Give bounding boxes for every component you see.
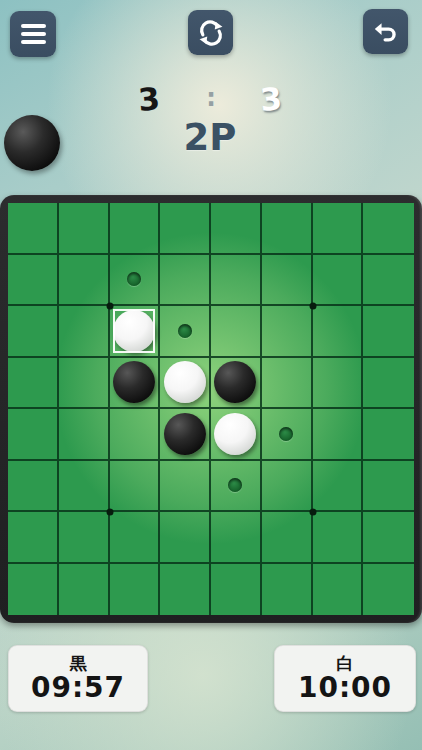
black-disc [214,361,256,403]
board-cell-d7[interactable] [160,512,211,564]
board-cell-e5[interactable] [211,409,262,461]
refresh-icon [197,19,225,47]
board-cell-b2[interactable] [59,255,110,307]
board-cell-a7[interactable] [8,512,59,564]
board-cell-c6[interactable] [110,461,161,513]
legal-move-hint[interactable] [178,324,192,338]
board-cell-c7[interactable] [110,512,161,564]
white-timer-time: 10:00 [298,673,392,702]
board-cell-d2[interactable] [160,255,211,307]
board-cell-g1[interactable] [313,203,364,255]
board-cell-c5[interactable] [110,409,161,461]
white-score: 3 [259,83,283,116]
white-disc [113,310,155,352]
legal-move-hint[interactable] [127,272,141,286]
board-cell-e2[interactable] [211,255,262,307]
board-cell-c4[interactable] [110,358,161,410]
board-cell-g3[interactable] [313,306,364,358]
board-cell-g4[interactable] [313,358,364,410]
black-turn-indicator-stone [4,115,60,171]
board-cell-a8[interactable] [8,564,59,616]
board-cell-h1[interactable] [363,203,414,255]
white-timer-panel: 白 10:00 [274,645,416,712]
board-cell-d4[interactable] [160,358,211,410]
black-disc [113,361,155,403]
board-cell-c1[interactable] [110,203,161,255]
board-cell-b6[interactable] [59,461,110,513]
board-cell-f1[interactable] [262,203,313,255]
board-cell-e3[interactable] [211,306,262,358]
board-frame [0,195,422,623]
board-cell-b7[interactable] [59,512,110,564]
board-cell-f6[interactable] [262,461,313,513]
board-cell-d8[interactable] [160,564,211,616]
othello-app-screen: 3 : 3 2P 黒 09:57 白 10:00 [0,0,422,750]
board-cell-c2[interactable] [110,255,161,307]
board-cell-e8[interactable] [211,564,262,616]
board-cell-b1[interactable] [59,203,110,255]
board-cell-h2[interactable] [363,255,414,307]
board-cell-e7[interactable] [211,512,262,564]
board-cell-c3[interactable] [110,306,161,358]
board-cell-a1[interactable] [8,203,59,255]
legal-move-hint[interactable] [279,427,293,441]
board-cell-f4[interactable] [262,358,313,410]
board-cell-h4[interactable] [363,358,414,410]
board-cell-h6[interactable] [363,461,414,513]
board-cell-h7[interactable] [363,512,414,564]
board-cell-g2[interactable] [313,255,364,307]
black-score: 3 [137,83,161,116]
undo-arrow-icon [372,18,400,46]
board-grid [8,203,414,615]
board-cell-b5[interactable] [59,409,110,461]
board-cell-f3[interactable] [262,306,313,358]
white-disc [164,361,206,403]
board-cell-d3[interactable] [160,306,211,358]
board-cell-a3[interactable] [8,306,59,358]
new-game-button[interactable] [188,10,233,55]
score-separator: : [206,86,216,110]
black-timer-panel: 黒 09:57 [8,645,148,712]
game-mode-label: 2P [184,119,237,156]
board-cell-g5[interactable] [313,409,364,461]
legal-move-hint[interactable] [228,478,242,492]
board-cell-b8[interactable] [59,564,110,616]
undo-button[interactable] [363,9,408,54]
board-cell-d5[interactable] [160,409,211,461]
board-cell-f8[interactable] [262,564,313,616]
board-cell-a6[interactable] [8,461,59,513]
board-cell-e4[interactable] [211,358,262,410]
othello-board [8,203,414,615]
board-cell-a2[interactable] [8,255,59,307]
board-cell-d6[interactable] [160,461,211,513]
board-cell-a5[interactable] [8,409,59,461]
board-cell-f5[interactable] [262,409,313,461]
board-cell-b3[interactable] [59,306,110,358]
hamburger-icon [21,24,46,44]
board-cell-d1[interactable] [160,203,211,255]
board-cell-h5[interactable] [363,409,414,461]
board-cell-h3[interactable] [363,306,414,358]
menu-button[interactable] [10,11,56,57]
black-timer-time: 09:57 [31,673,125,702]
board-cell-f7[interactable] [262,512,313,564]
board-cell-g6[interactable] [313,461,364,513]
black-disc [164,413,206,455]
board-cell-c8[interactable] [110,564,161,616]
board-cell-e6[interactable] [211,461,262,513]
board-cell-g8[interactable] [313,564,364,616]
board-cell-f2[interactable] [262,255,313,307]
white-disc [214,413,256,455]
board-cell-a4[interactable] [8,358,59,410]
board-cell-e1[interactable] [211,203,262,255]
board-cell-h8[interactable] [363,564,414,616]
board-cell-b4[interactable] [59,358,110,410]
board-cell-g7[interactable] [313,512,364,564]
